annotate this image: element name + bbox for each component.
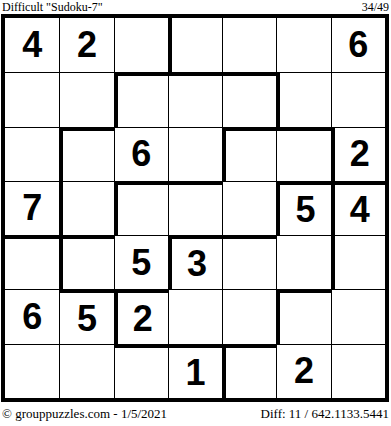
- cell-r7c6[interactable]: 2: [276, 344, 330, 398]
- cell-r5c4[interactable]: 3: [168, 235, 222, 289]
- cell-r1c6[interactable]: [276, 18, 330, 72]
- cell-r3c5[interactable]: [222, 127, 276, 181]
- footer: © grouppuzzles.com - 1/5/2021 Diff: 11 /…: [0, 402, 391, 426]
- cell-r7c5[interactable]: [222, 344, 276, 398]
- cell-r4c3[interactable]: [114, 181, 168, 235]
- cell-r6c1[interactable]: 6: [5, 289, 59, 343]
- cell-r6c5[interactable]: [222, 289, 276, 343]
- cell-r5c6[interactable]: [276, 235, 330, 289]
- cell-r7c1[interactable]: [5, 344, 59, 398]
- puzzle-title: Difficult "Sudoku-7": [2, 1, 103, 13]
- cell-r6c7[interactable]: [331, 289, 385, 343]
- cell-r7c7[interactable]: [331, 344, 385, 398]
- cell-r3c2[interactable]: [59, 127, 113, 181]
- cell-r4c1[interactable]: 7: [5, 181, 59, 235]
- cell-r6c2[interactable]: 5: [59, 289, 113, 343]
- cell-r3c7[interactable]: 2: [331, 127, 385, 181]
- copyright-date-text: © grouppuzzles.com - 1/5/2021: [2, 406, 167, 422]
- cell-r2c5[interactable]: [222, 72, 276, 126]
- cell-r4c4[interactable]: [168, 181, 222, 235]
- cell-r4c2[interactable]: [59, 181, 113, 235]
- cell-r3c1[interactable]: [5, 127, 59, 181]
- cell-r5c5[interactable]: [222, 235, 276, 289]
- sudoku-board: 426627545365212: [1, 14, 389, 402]
- cell-r5c7[interactable]: [331, 235, 385, 289]
- cell-r2c6[interactable]: [276, 72, 330, 126]
- cell-r6c4[interactable]: [168, 289, 222, 343]
- cell-r2c3[interactable]: [114, 72, 168, 126]
- cell-r6c6[interactable]: [276, 289, 330, 343]
- cell-r5c3[interactable]: 5: [114, 235, 168, 289]
- cell-r1c5[interactable]: [222, 18, 276, 72]
- empty-cell-counter: 34/49: [362, 1, 389, 13]
- cell-r3c4[interactable]: [168, 127, 222, 181]
- cell-r2c7[interactable]: [331, 72, 385, 126]
- cell-r6c3[interactable]: 2: [114, 289, 168, 343]
- header: Difficult "Sudoku-7" 34/49: [0, 0, 391, 14]
- cell-r2c4[interactable]: [168, 72, 222, 126]
- cell-r4c5[interactable]: [222, 181, 276, 235]
- cell-r2c1[interactable]: [5, 72, 59, 126]
- cell-r1c4[interactable]: [168, 18, 222, 72]
- cell-r1c2[interactable]: 2: [59, 18, 113, 72]
- cell-r4c7[interactable]: 4: [331, 181, 385, 235]
- cell-r7c4[interactable]: 1: [168, 344, 222, 398]
- cell-r2c2[interactable]: [59, 72, 113, 126]
- cell-r1c7[interactable]: 6: [331, 18, 385, 72]
- difficulty-id-text: Diff: 11 / 642.1133.5441: [261, 406, 389, 422]
- cell-r1c1[interactable]: 4: [5, 18, 59, 72]
- cell-r3c6[interactable]: [276, 127, 330, 181]
- sudoku-page: Difficult "Sudoku-7" 34/49 4266275453652…: [0, 0, 391, 426]
- cell-r7c2[interactable]: [59, 344, 113, 398]
- cell-r5c2[interactable]: [59, 235, 113, 289]
- cell-r3c3[interactable]: 6: [114, 127, 168, 181]
- cell-r1c3[interactable]: [114, 18, 168, 72]
- cell-r5c1[interactable]: [5, 235, 59, 289]
- cell-r7c3[interactable]: [114, 344, 168, 398]
- cell-r4c6[interactable]: 5: [276, 181, 330, 235]
